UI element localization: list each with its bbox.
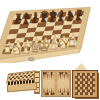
chess-piece-white: ♜: [67, 36, 78, 50]
backgammon-checker-light: [43, 93, 45, 95]
backgammon-checker-light: [58, 93, 60, 95]
backgammon-checker-dark: [43, 72, 45, 74]
board-square: [17, 28, 27, 34]
chess-piece-black: ♟: [13, 17, 20, 26]
chess-piece-black: ♟: [48, 15, 55, 24]
chess-piece-black: ♟: [22, 17, 29, 26]
folded-board-wedge: [75, 63, 87, 70]
backgammon-board: [41, 70, 71, 97]
backgammon-checker-dark: [53, 93, 55, 95]
board-square: [53, 25, 63, 30]
thumbnail-board-top-view[interactable]: [73, 63, 98, 98]
backgammon-checker-dark: [45, 93, 47, 95]
backgammon-checker-light: [49, 93, 51, 95]
backgammon-half: [58, 72, 70, 95]
backgammon-checker-light: [63, 72, 65, 74]
backgammon-checker-light: [65, 93, 67, 95]
backgammon-checker-light: [47, 72, 49, 74]
backgammon-checker-light: [59, 93, 61, 95]
product-photo-chess-board[interactable]: ♜♞♝♛♚♝♞♜♟♟♟♟♟♟♟♟♟♟♟♟♟♟♟♟♜♞♝♛♚♝♞♜: [0, 0, 100, 63]
board-square: [62, 25, 72, 30]
backgammon-checker-light: [67, 72, 69, 74]
backgammon-checker-light: [53, 72, 55, 74]
chess-piece-black: ♟: [31, 16, 38, 25]
backgammon-checker-dark: [65, 72, 67, 74]
thumbnail-piece-storage-box[interactable]: [7, 69, 40, 96]
die: [55, 83, 56, 84]
board-square: [35, 27, 45, 32]
clasp: [29, 58, 34, 61]
backgammon-checker-dark: [61, 93, 63, 95]
chess-piece-black: ♟: [57, 14, 64, 23]
die: [56, 83, 57, 84]
backgammon-checker-dark: [61, 72, 63, 74]
backgammon-checker-dark: [45, 72, 47, 74]
backgammon-half: [43, 72, 55, 95]
backgammon-checker-dark: [51, 72, 53, 74]
chess-piece-black: ♟: [40, 15, 47, 24]
chess-piece-black: ♟: [75, 13, 82, 22]
thumbnail-backgammon-board[interactable]: [41, 70, 71, 97]
backgammon-checker-dark: [59, 72, 61, 74]
backgammon-checker-dark: [51, 93, 53, 95]
backgammon-checker-light: [63, 93, 65, 95]
checkerboard-top-view: [73, 71, 97, 97]
backgammon-checker-dark: [47, 93, 49, 95]
backgammon-checker-light: [58, 72, 60, 74]
board-square: [26, 27, 36, 33]
chess-board-perspective: ♜♞♝♛♚♝♞♜♟♟♟♟♟♟♟♟♟♟♟♟♟♟♟♟♜♞♝♛♚♝♞♜: [0, 0, 100, 63]
box-base: [7, 83, 37, 93]
backgammon-checker-light: [49, 72, 51, 74]
chess-piece-black: ♟: [66, 14, 73, 23]
backgammon-checker-dark: [67, 93, 69, 95]
